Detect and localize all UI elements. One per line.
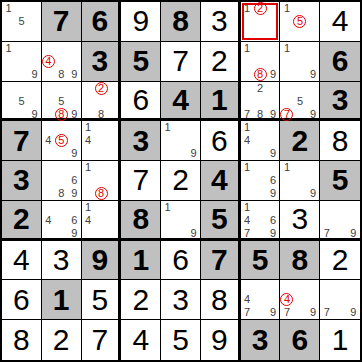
cell-r1c2[interactable]: 7	[42, 2, 82, 42]
cell-r7c4[interactable]: 1	[121, 241, 161, 281]
candidate-glyph	[55, 161, 68, 174]
candidate-glyph	[95, 121, 108, 134]
candidate-empty	[82, 108, 95, 121]
candidate-empty	[55, 147, 68, 160]
candidate-empty	[82, 187, 95, 200]
candidate-glyph	[2, 55, 15, 68]
candidate-glyph	[42, 42, 55, 55]
given-digit: 6	[332, 46, 349, 76]
candidate-8-circled: 8	[254, 68, 267, 81]
solved-digit: 2	[332, 245, 349, 275]
candidate-glyph: 7	[320, 306, 333, 319]
candidate-empty	[280, 187, 293, 200]
candidate-grid: 14679	[241, 201, 280, 238]
given-digit: 3	[92, 46, 109, 76]
candidate-empty	[108, 147, 121, 160]
candidate-empty	[241, 280, 254, 293]
solved-digit: 4	[332, 6, 349, 36]
candidate-grid: 469	[42, 201, 81, 238]
candidate-empty	[293, 293, 306, 306]
candidate-glyph	[108, 95, 121, 108]
cell-r9c3[interactable]: 7	[82, 320, 122, 360]
cell-r5c5[interactable]: 2	[161, 161, 201, 201]
candidate-glyph	[334, 201, 347, 214]
candidate-glyph	[28, 95, 41, 108]
cell-r2c8[interactable]: 19	[280, 42, 320, 82]
solved-digit: 3	[211, 6, 228, 36]
candidate-glyph: 9	[267, 68, 280, 81]
candidate-glyph	[2, 95, 15, 108]
cell-r3c3[interactable]: 28	[82, 82, 122, 122]
given-digit: 4	[172, 85, 189, 115]
candidate-glyph: 1	[241, 42, 254, 55]
candidate-glyph: 9	[68, 147, 81, 160]
candidate-empty	[293, 187, 306, 200]
candidate-glyph	[55, 214, 68, 227]
candidate-empty	[28, 28, 41, 41]
candidate-9: 9	[28, 68, 41, 81]
candidate-empty	[108, 121, 121, 134]
candidate-empty	[267, 121, 280, 134]
candidate-glyph	[306, 82, 319, 95]
candidate-glyph	[254, 280, 267, 293]
cell-r3c8[interactable]: 579	[280, 82, 320, 122]
candidate-7: 7	[280, 306, 293, 319]
candidate-empty	[28, 82, 41, 95]
cell-r1c5[interactable]: 8	[161, 2, 201, 42]
candidate-glyph	[306, 55, 319, 68]
candidate-glyph	[267, 134, 280, 147]
cell-r3c2[interactable]: 589	[42, 82, 82, 122]
solved-digit: 3	[291, 204, 308, 234]
candidate-6: 6	[267, 214, 280, 227]
cell-r1c7[interactable]: 12	[241, 2, 281, 42]
cell-r1c1[interactable]: 15	[2, 2, 42, 42]
cell-r7c3[interactable]: 9	[82, 241, 122, 281]
cell-r4c3[interactable]: 14	[82, 121, 122, 161]
candidate-5: 5	[55, 95, 68, 108]
solved-digit: 5	[172, 325, 189, 355]
candidate-empty	[280, 55, 293, 68]
candidate-glyph	[82, 174, 95, 187]
candidate-empty	[293, 2, 306, 15]
cell-r8c5[interactable]: 3	[161, 280, 201, 320]
candidate-grid: 579	[280, 82, 319, 119]
candidate-empty	[293, 161, 306, 174]
cell-r8c3[interactable]: 5	[82, 280, 122, 320]
candidate-empty	[333, 201, 346, 214]
candidate-glyph	[95, 174, 108, 187]
candidate-1: 1	[241, 161, 254, 174]
candidate-empty	[108, 82, 121, 95]
cell-r4c9[interactable]: 8	[320, 121, 360, 161]
candidate-glyph	[267, 42, 280, 55]
candidate-glyph: 6	[68, 174, 81, 187]
candidate-glyph: 4	[42, 214, 55, 227]
cell-r4c2[interactable]: 459	[42, 121, 82, 161]
candidate-glyph	[306, 42, 319, 55]
candidate-9: 9	[68, 108, 81, 121]
candidate-glyph: 5	[293, 15, 306, 28]
candidate-grid: 479	[241, 280, 280, 319]
cell-r2c4[interactable]: 5	[121, 42, 161, 82]
candidate-empty	[241, 174, 254, 187]
candidate-glyph	[241, 55, 254, 68]
candidate-9: 9	[28, 108, 41, 121]
candidate-empty	[254, 95, 267, 108]
cell-r7c5[interactable]: 6	[161, 241, 201, 281]
candidate-glyph	[28, 55, 41, 68]
cell-r9c4[interactable]: 4	[121, 320, 161, 360]
candidate-glyph: 9	[187, 227, 200, 240]
candidate-9: 9	[347, 227, 360, 240]
candidate-glyph	[293, 174, 306, 187]
candidate-empty	[28, 15, 41, 28]
solved-digit: 7	[92, 325, 109, 355]
cell-r7c7[interactable]: 5	[241, 241, 281, 281]
candidate-empty	[15, 42, 28, 55]
cell-r1c6[interactable]: 3	[201, 2, 241, 42]
cell-r3c7[interactable]: 2789	[241, 82, 281, 122]
cell-r6c2[interactable]: 469	[42, 201, 82, 241]
candidate-empty	[174, 121, 187, 134]
solved-digit: 6	[13, 285, 30, 315]
candidate-glyph: 1	[241, 161, 254, 174]
candidate-glyph	[306, 28, 319, 41]
cell-r5c8[interactable]: 19	[280, 161, 320, 201]
candidate-empty	[306, 42, 319, 55]
candidate-grid: 589	[42, 82, 81, 119]
candidate-glyph: 7	[241, 306, 254, 319]
candidate-empty	[82, 95, 95, 108]
given-digit: 3	[13, 165, 30, 195]
cell-r5c2[interactable]: 689	[42, 161, 82, 201]
candidate-glyph	[55, 227, 68, 240]
cell-r1c3[interactable]: 6	[82, 2, 122, 42]
candidate-glyph	[108, 147, 121, 160]
candidate-empty	[267, 95, 280, 108]
candidate-7: 7	[241, 306, 254, 319]
candidate-empty	[293, 108, 306, 121]
cell-r7c6[interactable]: 7	[201, 241, 241, 281]
cell-r5c9[interactable]: 5	[320, 161, 360, 201]
cell-r7c9[interactable]: 2	[320, 241, 360, 281]
cell-r4c5[interactable]: 19	[161, 121, 201, 161]
cell-r2c9[interactable]: 6	[320, 42, 360, 82]
cell-r3c9[interactable]: 3	[320, 82, 360, 122]
cell-r8c4[interactable]: 2	[121, 280, 161, 320]
cell-r3c1[interactable]: 59	[2, 82, 42, 122]
candidate-empty	[241, 68, 254, 81]
candidate-glyph: 2	[95, 82, 108, 95]
candidate-empty	[174, 134, 187, 147]
candidate-empty	[306, 161, 319, 174]
candidate-glyph	[254, 293, 267, 306]
cell-r3c4[interactable]: 6	[121, 82, 161, 122]
candidate-glyph	[306, 2, 319, 15]
cell-r6c6[interactable]: 5	[201, 201, 241, 241]
candidate-4: 4	[42, 134, 55, 147]
candidate-empty	[68, 95, 81, 108]
cell-r5c4[interactable]: 7	[121, 161, 161, 201]
candidate-glyph	[161, 214, 174, 227]
cell-r6c4[interactable]: 8	[121, 201, 161, 241]
solved-digit: 6	[132, 85, 149, 115]
candidate-empty	[306, 280, 319, 293]
candidate-empty	[280, 280, 293, 293]
candidate-9: 9	[347, 306, 360, 319]
cell-r6c7[interactable]: 14679	[241, 201, 281, 241]
solved-digit: 6	[172, 245, 189, 275]
candidate-empty	[254, 280, 267, 293]
candidate-glyph	[267, 95, 280, 108]
candidate-empty	[241, 55, 254, 68]
candidate-glyph	[68, 95, 81, 108]
candidate-glyph	[28, 15, 41, 28]
cell-r2c7[interactable]: 189	[241, 42, 281, 82]
candidate-glyph	[42, 174, 55, 187]
candidate-empty	[254, 134, 267, 147]
cell-r8c8[interactable]: 479	[280, 280, 320, 320]
candidate-glyph: 4	[42, 134, 55, 147]
candidate-empty	[28, 42, 41, 55]
candidate-glyph	[68, 121, 81, 134]
candidate-glyph	[267, 55, 280, 68]
candidate-empty	[254, 121, 267, 134]
solved-digit: 2	[211, 46, 228, 76]
candidate-glyph	[254, 187, 267, 200]
cell-r4c4[interactable]: 3	[121, 121, 161, 161]
candidate-empty	[108, 227, 121, 240]
cell-r6c8[interactable]: 3	[280, 201, 320, 241]
candidate-glyph	[42, 68, 55, 81]
candidate-9: 9	[267, 147, 280, 160]
cell-r7c2[interactable]: 3	[42, 241, 82, 281]
candidate-empty	[95, 121, 108, 134]
candidate-glyph	[174, 201, 187, 214]
candidate-4: 4	[82, 134, 95, 147]
candidate-glyph	[241, 280, 254, 293]
cell-r6c1[interactable]: 2	[2, 201, 42, 241]
candidate-glyph	[293, 161, 306, 174]
candidate-glyph: 1	[161, 201, 174, 214]
candidate-grid: 459	[42, 121, 81, 160]
cell-r9c2[interactable]: 2	[42, 320, 82, 360]
solved-digit: 4	[13, 245, 30, 275]
candidate-glyph: 5	[15, 15, 28, 28]
candidate-5-circled: 5	[293, 15, 306, 28]
candidate-glyph	[280, 187, 293, 200]
candidate-grid: 28	[82, 82, 119, 119]
candidate-empty	[161, 147, 174, 160]
candidate-glyph	[68, 55, 81, 68]
candidate-glyph	[95, 147, 108, 160]
given-digit: 2	[291, 126, 308, 156]
candidate-empty	[68, 82, 81, 95]
cell-r9c1[interactable]: 8	[2, 320, 42, 360]
given-digit: 1	[211, 85, 228, 115]
candidate-empty	[108, 187, 121, 200]
candidate-7: 7	[241, 108, 254, 121]
candidate-glyph	[108, 108, 121, 121]
cell-r8c9[interactable]: 79	[320, 280, 360, 320]
given-digit: 8	[172, 6, 189, 36]
cell-r7c1[interactable]: 4	[2, 241, 42, 281]
candidate-glyph	[334, 293, 347, 306]
candidate-glyph	[42, 147, 55, 160]
cell-r8c2[interactable]: 1	[42, 280, 82, 320]
candidate-glyph: 1	[82, 201, 95, 214]
cell-r2c6[interactable]: 2	[201, 42, 241, 82]
candidate-glyph	[320, 201, 333, 214]
candidate-empty	[241, 82, 254, 95]
candidate-glyph	[55, 174, 68, 187]
candidate-glyph	[347, 280, 360, 293]
candidate-empty	[15, 28, 28, 41]
candidate-empty	[174, 214, 187, 227]
candidate-empty	[68, 55, 81, 68]
cell-r9c5[interactable]: 5	[161, 320, 201, 360]
candidate-empty	[2, 15, 15, 28]
candidate-empty	[254, 201, 267, 214]
candidate-9: 9	[306, 68, 319, 81]
given-digit: 6	[92, 6, 109, 36]
cell-r6c9[interactable]: 79	[320, 201, 360, 241]
given-digit: 1	[53, 285, 70, 315]
candidate-empty	[347, 201, 360, 214]
candidate-empty	[95, 161, 108, 174]
candidate-glyph: 1	[280, 161, 293, 174]
candidate-glyph: 4	[82, 134, 95, 147]
candidate-empty	[333, 293, 346, 306]
candidate-empty	[306, 82, 319, 95]
cell-r8c1[interactable]: 6	[2, 280, 42, 320]
candidate-glyph	[254, 214, 267, 227]
cell-r1c4[interactable]: 9	[121, 2, 161, 42]
candidate-glyph: 7	[320, 227, 333, 240]
candidate-glyph	[293, 28, 306, 41]
candidate-glyph	[2, 28, 15, 41]
candidate-empty	[174, 147, 187, 160]
given-digit: 7	[13, 126, 30, 156]
cell-r3c5[interactable]: 4	[161, 82, 201, 122]
candidate-2-circled: 2	[95, 82, 108, 95]
candidate-glyph	[55, 121, 68, 134]
cell-r9c6[interactable]: 9	[201, 320, 241, 360]
candidate-empty	[267, 293, 280, 306]
cell-r9c7[interactable]: 3	[241, 320, 281, 360]
candidate-empty	[42, 108, 55, 121]
candidate-empty	[28, 2, 41, 15]
cell-r2c5[interactable]: 7	[161, 42, 201, 82]
candidate-empty	[82, 174, 95, 187]
candidate-1: 1	[241, 121, 254, 134]
cell-r2c1[interactable]: 19	[2, 42, 42, 82]
candidate-empty	[108, 161, 121, 174]
cell-r3c6[interactable]: 1	[201, 82, 241, 122]
cell-r9c9[interactable]: 1	[320, 320, 360, 360]
candidate-empty	[55, 201, 68, 214]
solved-digit: 2	[132, 285, 149, 315]
candidate-glyph	[68, 134, 81, 147]
cell-r7c8[interactable]: 8	[280, 241, 320, 281]
cell-r8c7[interactable]: 479	[241, 280, 281, 320]
cell-r5c1[interactable]: 3	[2, 161, 42, 201]
candidate-7: 7	[320, 306, 333, 319]
given-digit: 3	[132, 126, 149, 156]
candidate-4-circled: 4	[42, 55, 55, 68]
candidate-glyph	[334, 306, 347, 319]
candidate-empty	[15, 2, 28, 15]
candidate-grid: 149	[241, 121, 280, 160]
candidate-glyph: 5	[293, 95, 306, 108]
cell-r2c2[interactable]: 489	[42, 42, 82, 82]
candidate-empty	[42, 201, 55, 214]
candidate-glyph	[347, 214, 360, 227]
candidate-empty	[55, 227, 68, 240]
candidate-empty	[42, 227, 55, 240]
candidate-empty	[267, 42, 280, 55]
candidate-glyph	[108, 161, 121, 174]
cell-r5c3[interactable]: 18	[82, 161, 122, 201]
candidate-glyph	[187, 214, 200, 227]
candidate-empty	[306, 293, 319, 306]
candidate-glyph	[15, 2, 28, 15]
candidate-empty	[95, 201, 108, 214]
candidate-glyph: 7	[241, 108, 254, 121]
candidate-1: 1	[280, 2, 293, 15]
cell-r5c6[interactable]: 4	[201, 161, 241, 201]
cell-r1c9[interactable]: 4	[320, 2, 360, 42]
candidate-glyph: 9	[267, 306, 280, 319]
candidate-5: 5	[15, 15, 28, 28]
candidate-empty	[42, 95, 55, 108]
cell-r9c8[interactable]: 6	[280, 320, 320, 360]
cell-r4c6[interactable]: 6	[201, 121, 241, 161]
candidate-1: 1	[82, 161, 95, 174]
candidate-glyph	[174, 134, 187, 147]
candidate-9: 9	[306, 306, 319, 319]
cell-r1c8[interactable]: 15	[280, 2, 320, 42]
candidate-empty	[42, 174, 55, 187]
candidate-empty	[306, 174, 319, 187]
candidate-empty	[68, 161, 81, 174]
candidate-glyph: 1	[241, 2, 254, 15]
candidate-empty	[267, 2, 280, 15]
candidate-glyph	[254, 306, 267, 319]
candidate-glyph	[15, 28, 28, 41]
candidate-glyph	[68, 42, 81, 55]
cell-r4c8[interactable]: 2	[280, 121, 320, 161]
cell-r6c5[interactable]: 19	[161, 201, 201, 241]
cell-r8c6[interactable]: 8	[201, 280, 241, 320]
candidate-1: 1	[82, 121, 95, 134]
candidate-glyph	[320, 214, 333, 227]
candidate-empty	[42, 161, 55, 174]
candidate-empty	[254, 55, 267, 68]
cell-r5c7[interactable]: 169	[241, 161, 281, 201]
candidate-glyph	[108, 187, 121, 200]
candidate-glyph	[334, 214, 347, 227]
candidate-empty	[55, 174, 68, 187]
candidate-empty	[42, 147, 55, 160]
cell-r2c3[interactable]: 3	[82, 42, 122, 82]
candidate-glyph	[95, 161, 108, 174]
candidate-glyph: 4	[42, 55, 55, 68]
cell-r4c7[interactable]: 149	[241, 121, 281, 161]
cell-r4c1[interactable]: 7	[2, 121, 42, 161]
cell-r6c3[interactable]: 14	[82, 201, 122, 241]
